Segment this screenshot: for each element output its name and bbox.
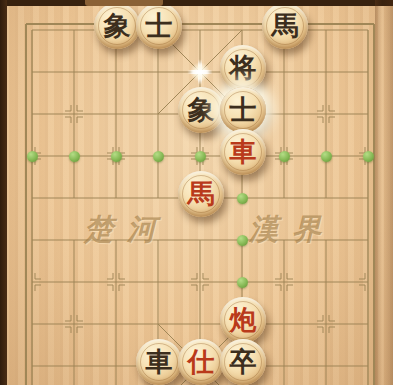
piece-glyph: 士 bbox=[146, 12, 173, 39]
move-hint-dot-d3[interactable] bbox=[153, 151, 164, 162]
top-frame-strip bbox=[0, 0, 393, 6]
piece-glyph: 炮 bbox=[230, 306, 257, 333]
piece-black-elephant-c0[interactable]: 象 bbox=[94, 3, 140, 49]
piece-red-chariot-f3[interactable]: 車 bbox=[220, 129, 266, 175]
move-hint-dot-f6[interactable] bbox=[237, 277, 248, 288]
piece-black-soldier-f8[interactable]: 卒 bbox=[220, 339, 266, 385]
piece-glyph: 将 bbox=[230, 54, 257, 81]
move-hint-dot-a3[interactable] bbox=[27, 151, 38, 162]
move-hint-dot-f4[interactable] bbox=[237, 193, 248, 204]
left-frame-strip bbox=[0, 0, 7, 385]
sparkle-effect-icon bbox=[183, 55, 217, 89]
river-label-chu-he: 楚河 bbox=[84, 210, 170, 250]
move-hint-dot-e3[interactable] bbox=[195, 151, 206, 162]
right-frame-shade bbox=[375, 0, 393, 385]
top-frame-strip-highlight bbox=[85, 0, 163, 6]
move-hint-dot-g3[interactable] bbox=[279, 151, 290, 162]
piece-glyph: 車 bbox=[230, 138, 257, 165]
move-hint-dot-b3[interactable] bbox=[69, 151, 80, 162]
river-label-han-jie: 漢界 bbox=[249, 210, 335, 250]
piece-red-cannon-f7[interactable]: 炮 bbox=[220, 297, 266, 343]
piece-black-general-f1[interactable]: 将 bbox=[220, 45, 266, 91]
piece-red-horse-e4[interactable]: 馬 bbox=[178, 171, 224, 217]
piece-black-chariot-d8[interactable]: 車 bbox=[136, 339, 182, 385]
piece-black-advisor-f2[interactable]: 士 bbox=[220, 87, 266, 133]
piece-glyph: 士 bbox=[230, 96, 257, 123]
piece-black-elephant-e2[interactable]: 象 bbox=[178, 87, 224, 133]
piece-black-advisor-d0[interactable]: 士 bbox=[136, 3, 182, 49]
piece-red-advisor-e8[interactable]: 仕 bbox=[178, 339, 224, 385]
piece-glyph: 卒 bbox=[230, 348, 257, 375]
move-hint-dot-c3[interactable] bbox=[111, 151, 122, 162]
piece-black-horse-g0[interactable]: 馬 bbox=[262, 3, 308, 49]
piece-glyph: 馬 bbox=[188, 180, 215, 207]
xiangqi-app-screen: 楚河 漢界 象士馬将象士車馬炮車仕卒 bbox=[0, 0, 393, 385]
piece-glyph: 仕 bbox=[188, 348, 215, 375]
piece-glyph: 車 bbox=[146, 348, 173, 375]
move-hint-dot-f5[interactable] bbox=[237, 235, 248, 246]
piece-glyph: 象 bbox=[104, 12, 131, 39]
piece-glyph: 象 bbox=[188, 96, 215, 123]
move-hint-dot-h3[interactable] bbox=[321, 151, 332, 162]
piece-glyph: 馬 bbox=[272, 12, 299, 39]
move-hint-dot-i3[interactable] bbox=[363, 151, 374, 162]
